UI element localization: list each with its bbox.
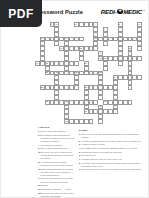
- pdf-document-thumbnail[interactable]: PDF Crossword Puzzle REDI- ✚ MEDIC ™ 123…: [0, 0, 149, 198]
- clue-number: 26: [85, 86, 87, 88]
- clue-number: 5: [119, 23, 120, 25]
- clue-number: 4: [95, 23, 96, 25]
- trademark-symbol: ™: [143, 10, 145, 13]
- logo-text-medic: MEDIC: [123, 8, 142, 15]
- clue-number: 24: [114, 76, 116, 78]
- clue-item-number: 18: [38, 192, 41, 194]
- clue-item-number: 1: [79, 133, 81, 135]
- clue-item-number: 14: [38, 177, 41, 179]
- clue-number: 23: [99, 71, 101, 73]
- clue-number: 18: [46, 62, 48, 64]
- clue-number: 6: [138, 23, 139, 25]
- clue-number: 14: [99, 52, 101, 54]
- clue-number: 3: [75, 23, 76, 25]
- clue-number: 13: [129, 47, 131, 49]
- clue-number: 9: [65, 37, 66, 39]
- clue-number: 8: [41, 37, 42, 39]
- clue-item-number: 4: [38, 144, 40, 146]
- clue-number: 10: [95, 37, 97, 39]
- clue-number: 21: [56, 71, 58, 73]
- clue-number: 11: [61, 47, 63, 49]
- clue-item-number: 13: [38, 168, 41, 170]
- clue-number: 15: [99, 57, 101, 59]
- clue-item: 13 When performing CPR on an adult the r…: [38, 168, 76, 177]
- clue-item-number: 10: [38, 151, 41, 153]
- clue-item-number: 5: [79, 151, 81, 153]
- clue-item: 11 A wound caused by a sharp implement s…: [38, 161, 76, 167]
- across-clues-list: 1 Injury to joints and ligaments3 This c…: [38, 130, 76, 198]
- clue-number: 20: [46, 71, 48, 73]
- clue-number: 12: [80, 47, 82, 49]
- clue-number: 7: [104, 28, 105, 30]
- clue-item-number: 6: [79, 154, 81, 156]
- grid-blank: [142, 119, 147, 124]
- clue-item-number: 2: [79, 140, 81, 142]
- down-clues-section: DOWN 1 There is a risk that this may bec…: [79, 129, 143, 172]
- clue-number: 22: [75, 71, 77, 73]
- down-heading: DOWN: [79, 129, 143, 132]
- clue-number: 27: [46, 100, 48, 102]
- down-clues-list: 1 There is a risk that this may become b…: [79, 133, 143, 172]
- clue-number: 19: [85, 62, 87, 64]
- clue-item: 18 By feeling the pulse you can tell the…: [38, 192, 76, 198]
- clue-item: 14 Used by some diabetics to confirm the…: [38, 177, 76, 183]
- clue-item-number: 3: [79, 143, 81, 145]
- pdf-badge: PDF: [0, 0, 42, 27]
- star-of-life-icon: ✚: [117, 9, 123, 15]
- clue-number: 16: [104, 57, 106, 59]
- logo-text-redi: REDI-: [101, 8, 117, 15]
- clue-item: 9 This should be done to the legs for so…: [79, 168, 143, 171]
- clue-item: 8 An airway used on an unconscious casua…: [79, 162, 143, 168]
- clue-item-number: 1: [38, 130, 40, 132]
- clue-number: 32: [65, 120, 67, 122]
- clue-item-number: 9: [79, 168, 81, 170]
- clue-number: 31: [85, 110, 87, 112]
- clue-item-number: 8: [79, 162, 81, 164]
- across-clues-section: ACROSS 1 Injury to joints and ligaments3…: [38, 126, 76, 198]
- clue-item-number: 16: [38, 188, 41, 190]
- clue-number: 1: [51, 23, 52, 25]
- clue-number: 28: [65, 100, 67, 102]
- clue-item: 3 This condition can sometimes be mistak…: [38, 134, 76, 143]
- crossword-grid: 1234567891011121314151617181920212223242…: [35, 22, 147, 124]
- clue-item-number: 15: [38, 184, 41, 186]
- clue-number: 2: [56, 23, 57, 25]
- pdf-badge-label: PDF: [8, 7, 34, 21]
- clue-item: 4 The leading cause of death for Canadia…: [79, 147, 143, 150]
- redimedic-logo: REDI- ✚ MEDIC ™: [101, 8, 145, 15]
- clue-item: 1 There is a risk that this may become b…: [79, 133, 143, 139]
- clue-item-number: 5: [38, 147, 40, 149]
- clue-item-number: 3: [38, 134, 40, 136]
- across-heading: ACROSS: [38, 126, 76, 129]
- clue-number: 17: [36, 62, 38, 64]
- clue-number: 25: [41, 86, 43, 88]
- clue-item-number: 11: [38, 161, 41, 163]
- clue-item-number: 4: [79, 147, 81, 149]
- clue-item: 10 80 to 100, the rate at which chest co…: [38, 151, 76, 160]
- clue-item: 16 Pulmonary veins carry ___ blood: [38, 188, 76, 191]
- clue-number: 30: [99, 105, 101, 107]
- clue-item-number: 7: [79, 158, 81, 160]
- clue-number: 29: [104, 100, 106, 102]
